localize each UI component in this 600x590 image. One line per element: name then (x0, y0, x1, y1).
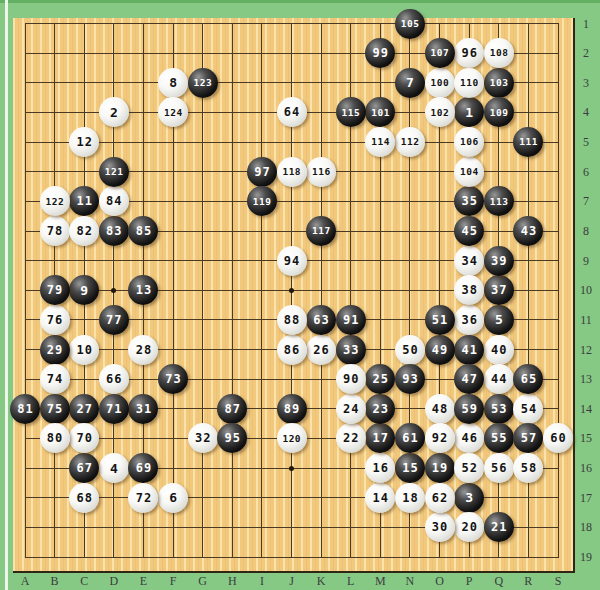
frame-left-stripe (5, 0, 8, 590)
row-label-17: 17 (576, 491, 596, 505)
row-label-6: 6 (576, 165, 596, 179)
column-label-F: F (162, 574, 184, 588)
column-label-S: S (547, 574, 569, 588)
row-label-15: 15 (576, 431, 596, 445)
frame-top-edge (0, 0, 600, 3)
column-label-A: A (14, 574, 36, 588)
row-label-2: 2 (576, 46, 596, 60)
column-label-K: K (310, 574, 332, 588)
row-label-13: 13 (576, 372, 596, 386)
column-label-J: J (280, 574, 302, 588)
column-label-E: E (132, 574, 154, 588)
column-label-G: G (192, 574, 214, 588)
column-label-R: R (517, 574, 539, 588)
column-label-C: C (73, 574, 95, 588)
column-label-M: M (369, 574, 391, 588)
row-label-3: 3 (576, 76, 596, 90)
column-label-N: N (399, 574, 421, 588)
row-label-11: 11 (576, 313, 596, 327)
column-label-O: O (429, 574, 451, 588)
row-label-1: 1 (576, 17, 596, 31)
row-label-4: 4 (576, 105, 596, 119)
row-label-14: 14 (576, 402, 596, 416)
column-label-L: L (340, 574, 362, 588)
row-label-16: 16 (576, 461, 596, 475)
column-label-P: P (458, 574, 480, 588)
row-label-18: 18 (576, 520, 596, 534)
row-label-7: 7 (576, 194, 596, 208)
row-label-19: 19 (576, 550, 596, 564)
column-label-D: D (103, 574, 125, 588)
row-label-12: 12 (576, 343, 596, 357)
column-label-I: I (251, 574, 273, 588)
go-board-surface (13, 18, 575, 573)
column-label-B: B (44, 574, 66, 588)
column-label-Q: Q (488, 574, 510, 588)
row-label-5: 5 (576, 135, 596, 149)
row-label-8: 8 (576, 224, 596, 238)
go-kifu-diagram: ABCDEFGHIJKLMNOPQRS123456789101112131415… (0, 0, 600, 590)
row-label-10: 10 (576, 283, 596, 297)
column-label-H: H (221, 574, 243, 588)
row-label-9: 9 (576, 254, 596, 268)
